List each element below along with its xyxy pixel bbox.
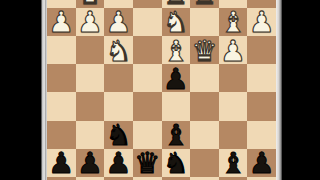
- square-g2[interactable]: ♟: [76, 8, 105, 36]
- square-c7[interactable]: [190, 149, 219, 177]
- white-pawn: ♟: [48, 8, 74, 37]
- square-f5[interactable]: [104, 92, 133, 120]
- square-b7[interactable]: ♝: [219, 149, 248, 177]
- square-c3[interactable]: ♛: [190, 36, 219, 64]
- square-g4[interactable]: [76, 64, 105, 92]
- square-b4[interactable]: [219, 64, 248, 92]
- black-pawn: ♟: [106, 149, 132, 178]
- white-rook: ♜: [191, 0, 217, 9]
- square-c5[interactable]: [190, 92, 219, 120]
- square-d8[interactable]: ♜: [162, 177, 191, 180]
- black-king: ♚: [77, 178, 103, 180]
- white-knight: ♞: [106, 37, 132, 66]
- square-h2[interactable]: ♟: [47, 8, 76, 36]
- square-b5[interactable]: [219, 92, 248, 120]
- black-pawn: ♟: [48, 149, 74, 178]
- square-h3[interactable]: [47, 36, 76, 64]
- square-h4[interactable]: [47, 64, 76, 92]
- square-d2[interactable]: ♞: [162, 8, 191, 36]
- square-g6[interactable]: [76, 121, 105, 149]
- square-e7[interactable]: ♛: [133, 149, 162, 177]
- square-h5[interactable]: [47, 92, 76, 120]
- square-e5[interactable]: [133, 92, 162, 120]
- right-black-panel: [282, 0, 320, 180]
- square-g5[interactable]: [76, 92, 105, 120]
- square-b6[interactable]: [219, 121, 248, 149]
- square-e3[interactable]: [133, 36, 162, 64]
- white-pawn: ♟: [220, 37, 246, 66]
- left-black-panel: [0, 0, 41, 180]
- square-f6[interactable]: ♞: [104, 121, 133, 149]
- square-e1[interactable]: [133, 0, 162, 8]
- square-h6[interactable]: [47, 121, 76, 149]
- square-d4[interactable]: ♟: [162, 64, 191, 92]
- square-f3[interactable]: ♞: [104, 36, 133, 64]
- square-f2[interactable]: ♟: [104, 8, 133, 36]
- chess-board: ♚♜♜♟♟♟♞♝♟♞♝♛♟♟♞♝♟♟♟♛♞♝♟♚♜♜: [47, 0, 276, 180]
- square-g8[interactable]: ♚: [76, 177, 105, 180]
- square-c2[interactable]: [190, 8, 219, 36]
- white-queen: ♛: [191, 37, 217, 66]
- square-f4[interactable]: [104, 64, 133, 92]
- square-c8[interactable]: [190, 177, 219, 180]
- square-e8[interactable]: ♜: [133, 177, 162, 180]
- square-e6[interactable]: [133, 121, 162, 149]
- square-a2[interactable]: ♟: [247, 8, 276, 36]
- square-a7[interactable]: ♟: [247, 149, 276, 177]
- square-b3[interactable]: ♟: [219, 36, 248, 64]
- square-f7[interactable]: ♟: [104, 149, 133, 177]
- black-pawn: ♟: [163, 65, 189, 94]
- white-pawn: ♟: [77, 8, 103, 37]
- square-g3[interactable]: [76, 36, 105, 64]
- square-a6[interactable]: [247, 121, 276, 149]
- square-e2[interactable]: [133, 8, 162, 36]
- square-a3[interactable]: [247, 36, 276, 64]
- square-a4[interactable]: [247, 64, 276, 92]
- square-d3[interactable]: ♝: [162, 36, 191, 64]
- square-c4[interactable]: [190, 64, 219, 92]
- square-b2[interactable]: ♝: [219, 8, 248, 36]
- square-c1[interactable]: ♜: [190, 0, 219, 8]
- square-d6[interactable]: ♝: [162, 121, 191, 149]
- black-bishop: ♝: [220, 149, 246, 178]
- white-pawn: ♟: [249, 8, 275, 37]
- square-e4[interactable]: [133, 64, 162, 92]
- black-pawn: ♟: [249, 149, 275, 178]
- black-rook: ♜: [134, 178, 160, 180]
- square-c6[interactable]: [190, 121, 219, 149]
- app-window: ♚♜♜♟♟♟♞♝♟♞♝♛♟♟♞♝♟♟♟♛♞♝♟♚♜♜: [0, 0, 320, 180]
- black-rook: ♜: [163, 178, 189, 180]
- square-h7[interactable]: ♟: [47, 149, 76, 177]
- square-d5[interactable]: [162, 92, 191, 120]
- square-d7[interactable]: ♞: [162, 149, 191, 177]
- square-a5[interactable]: [247, 92, 276, 120]
- square-g7[interactable]: ♟: [76, 149, 105, 177]
